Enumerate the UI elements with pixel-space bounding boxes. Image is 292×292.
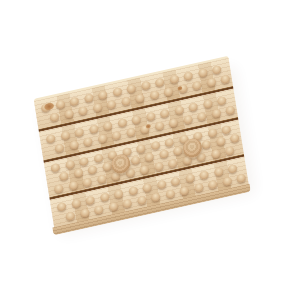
massage-bump: [128, 186, 138, 196]
massage-bump: [65, 160, 75, 170]
massage-bump: [212, 65, 222, 75]
massage-bump: [131, 115, 141, 125]
massage-bump: [207, 128, 217, 138]
massage-bump: [136, 195, 146, 205]
massage-bump: [50, 163, 60, 173]
massage-bump: [201, 140, 211, 150]
massage-bump: [155, 77, 165, 87]
massage-bump: [154, 121, 164, 131]
product-photo: [0, 0, 292, 292]
massage-bump: [93, 153, 103, 163]
massage-bump: [117, 118, 127, 128]
massage-bump: [71, 199, 81, 209]
massage-bump: [142, 183, 152, 193]
massage-bump: [210, 149, 220, 159]
massage-bump: [88, 124, 98, 134]
massage-bump: [188, 102, 198, 112]
massage-bump: [69, 140, 79, 150]
massage-bump: [139, 165, 149, 175]
massage-bump: [64, 109, 74, 119]
massage-bump: [125, 127, 135, 137]
massage-bump: [185, 173, 195, 183]
massage-bump: [230, 133, 240, 143]
massage-bump: [221, 125, 231, 135]
massage-bump: [78, 106, 88, 116]
massage-bump: [92, 103, 102, 113]
massage-bump: [126, 84, 136, 94]
massage-bump: [96, 174, 106, 184]
massage-bump: [183, 71, 193, 81]
massage-bump: [220, 74, 230, 84]
massage-bump: [174, 105, 184, 115]
massage-bump: [193, 183, 203, 193]
massage-bump: [49, 112, 59, 122]
massage-bump: [151, 192, 161, 202]
massage-bump: [82, 177, 92, 187]
massage-bump: [57, 202, 67, 212]
massage-bump: [54, 184, 64, 194]
massage-bump: [227, 164, 237, 174]
massage-bump: [73, 168, 83, 178]
massage-bump: [168, 118, 178, 128]
massage-bump: [225, 105, 235, 115]
massage-bump: [149, 90, 159, 100]
wood-knot: [146, 124, 152, 129]
massage-bump: [122, 199, 132, 209]
massage-bump: [236, 173, 246, 183]
massage-bump: [83, 93, 93, 103]
massage-bump: [79, 208, 89, 218]
massage-bump: [140, 81, 150, 91]
massage-bump: [156, 180, 166, 190]
massage-bump: [121, 96, 131, 106]
massage-bump: [68, 181, 78, 191]
massage-bump: [225, 146, 235, 156]
massage-bump: [173, 146, 183, 156]
massage-bump: [197, 68, 207, 78]
massage-bump: [113, 189, 123, 199]
massage-bump: [130, 155, 140, 165]
massage-bump: [213, 167, 223, 177]
massage-bump: [197, 112, 207, 122]
massage-bump: [99, 192, 109, 202]
massage-bump: [98, 90, 108, 100]
massage-bump: [74, 127, 84, 137]
massage-bump: [192, 81, 202, 91]
massage-bump: [150, 141, 160, 151]
massage-bump: [168, 158, 178, 168]
massage-bump: [160, 108, 170, 118]
massage-bump: [55, 100, 65, 110]
massage-bump: [87, 165, 97, 175]
massage-bump: [217, 96, 227, 106]
massage-bump: [215, 136, 225, 146]
massage-bump: [169, 74, 179, 84]
massage-bump: [158, 149, 168, 159]
massage-bump: [106, 100, 116, 110]
massage-bump: [54, 143, 64, 153]
massage-bump: [144, 152, 154, 162]
massage-bump: [94, 205, 104, 215]
massage-bump: [179, 186, 189, 196]
massage-bump: [202, 99, 212, 109]
massage-bump: [60, 131, 70, 141]
massage-bump: [182, 115, 192, 125]
massage-bump: [97, 134, 107, 144]
massage-bump: [59, 171, 69, 181]
massage-bump: [65, 211, 75, 221]
massage-bump: [208, 180, 218, 190]
massage-bump: [222, 176, 232, 186]
massage-board: [34, 58, 249, 228]
massage-bump: [206, 77, 216, 87]
massage-bump: [108, 202, 118, 212]
massage-bump: [46, 134, 56, 144]
massage-bump: [163, 87, 173, 97]
massage-bump: [145, 112, 155, 122]
massage-bump: [211, 108, 221, 118]
massage-bump: [111, 131, 121, 141]
massage-bump: [112, 87, 122, 97]
wood-knot: [44, 102, 55, 111]
massage-bump: [136, 144, 146, 154]
massage-bump: [170, 176, 180, 186]
massage-bump: [199, 170, 209, 180]
massage-bump: [69, 96, 79, 106]
massage-bump: [165, 189, 175, 199]
massage-bump: [135, 93, 145, 103]
massage-bump: [83, 137, 93, 147]
massage-bump: [103, 121, 113, 131]
massage-bump: [164, 137, 174, 147]
massage-bump: [79, 156, 89, 166]
massage-bump: [85, 195, 95, 205]
massage-bump: [101, 162, 111, 172]
massage-bump: [153, 162, 163, 172]
